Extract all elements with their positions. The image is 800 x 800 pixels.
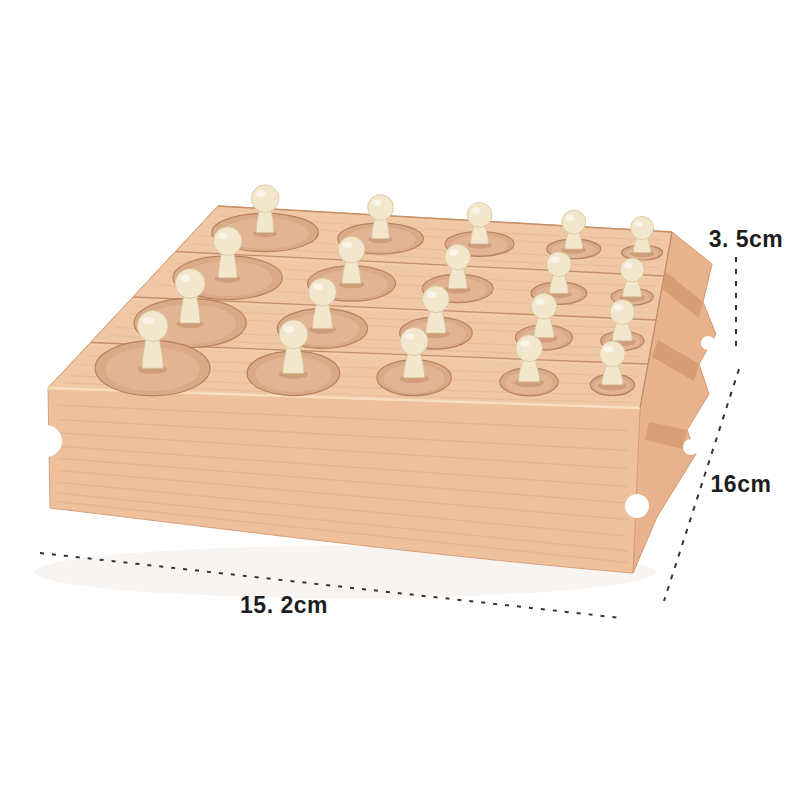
- end-notch-1: [701, 336, 715, 350]
- depth-dimension-label: 16cm: [711, 471, 772, 497]
- product-photo-montessori-cylinder-blocks: 3. 5cm 16cm 15. 2cm: [0, 0, 800, 800]
- width-dimension-label: 15. 2cm: [240, 592, 328, 618]
- front-right-notch: [625, 494, 649, 518]
- front-left-notch: [30, 425, 62, 457]
- cylinder-block-scene: 3. 5cm 16cm 15. 2cm: [0, 0, 800, 800]
- end-notch-2: [683, 439, 699, 455]
- cylinder-block-set: [30, 185, 716, 573]
- height-dimension-label: 3. 5cm: [709, 226, 784, 252]
